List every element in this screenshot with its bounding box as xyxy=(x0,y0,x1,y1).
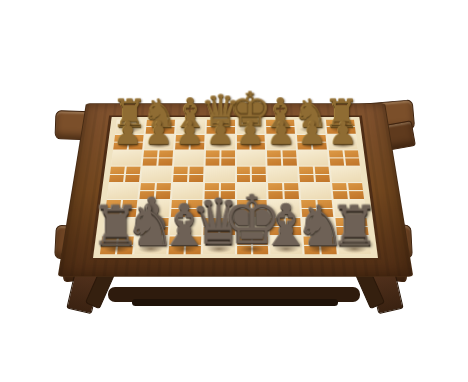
square-g5[interactable] xyxy=(299,166,330,182)
square-d5[interactable] xyxy=(204,166,234,182)
square-a5[interactable] xyxy=(109,166,140,182)
square-a1[interactable]: ♜ xyxy=(99,236,133,254)
square-f5[interactable] xyxy=(267,166,297,182)
chess-board: ♜♞♝♛♚♝♞♜♟♟♟♟♟♟♟♟♟♜♞♝♛♚♝♞♜ xyxy=(99,119,370,254)
square-c6[interactable] xyxy=(173,150,203,165)
piece-near-rook[interactable]: ♜ xyxy=(314,200,395,253)
piece-near-rook[interactable]: ♜ xyxy=(75,200,156,253)
square-b5[interactable] xyxy=(140,166,171,182)
chess-table-photo: ♜♞♝♛♚♝♞♜♟♟♟♟♟♟♟♟♟♜♞♝♛♚♝♞♜ xyxy=(0,0,468,382)
square-c5[interactable] xyxy=(172,166,202,182)
square-b6[interactable] xyxy=(142,150,172,165)
piece-far-pawn[interactable]: ♟ xyxy=(314,118,372,148)
square-f6[interactable] xyxy=(267,150,297,165)
board-border: ♜♞♝♛♚♝♞♜♟♟♟♟♟♟♟♟♟♜♞♝♛♚♝♞♜ xyxy=(89,115,381,259)
square-d6[interactable] xyxy=(205,150,234,165)
square-h1[interactable]: ♜ xyxy=(337,236,371,254)
square-a6[interactable] xyxy=(111,150,142,165)
square-e5[interactable] xyxy=(236,166,266,182)
piece-near-king[interactable]: ♚ xyxy=(212,189,293,253)
table-stretcher-shadow xyxy=(132,299,338,306)
square-e1[interactable]: ♚ xyxy=(236,236,268,254)
table-top-frame: ♜♞♝♛♚♝♞♜♟♟♟♟♟♟♟♟♟♜♞♝♛♚♝♞♜ xyxy=(57,103,413,277)
square-h7[interactable]: ♟ xyxy=(327,134,357,149)
square-h5[interactable] xyxy=(330,166,361,182)
square-h6[interactable] xyxy=(329,150,360,165)
square-g6[interactable] xyxy=(298,150,328,165)
square-e6[interactable] xyxy=(236,150,265,165)
